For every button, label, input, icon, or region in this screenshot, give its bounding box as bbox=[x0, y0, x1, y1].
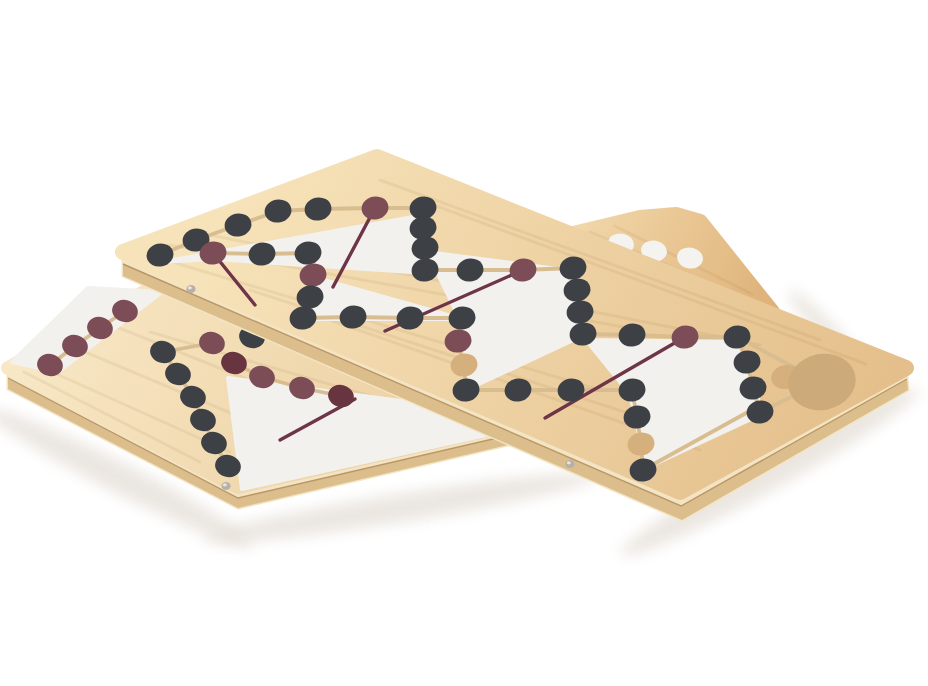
photo-stage bbox=[0, 0, 928, 686]
scene-svg bbox=[0, 0, 928, 686]
magnet-pin-highlight bbox=[223, 483, 227, 486]
magnet-pin-highlight bbox=[188, 286, 192, 289]
magnet-pin-highlight bbox=[567, 461, 571, 464]
